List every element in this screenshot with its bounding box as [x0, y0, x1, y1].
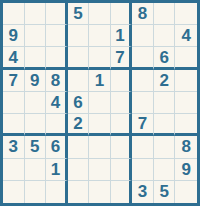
- cell-r5c4[interactable]: 6: [68, 92, 90, 114]
- cell-r9c7[interactable]: 3: [132, 181, 154, 203]
- cell-r2c7[interactable]: [132, 25, 154, 47]
- cell-r1c7[interactable]: 8: [132, 3, 154, 25]
- cell-r7c3[interactable]: 6: [46, 136, 68, 158]
- cell-r8c5[interactable]: [89, 159, 111, 181]
- cell-r8c3[interactable]: 1: [46, 159, 68, 181]
- cell-r5c7[interactable]: [132, 92, 154, 114]
- cell-r8c9[interactable]: 9: [175, 159, 197, 181]
- sudoku-board: 5891447679812462735681935: [0, 0, 200, 206]
- cell-r1c8[interactable]: [154, 3, 176, 25]
- cell-r3c5[interactable]: [89, 47, 111, 69]
- cell-r2c6[interactable]: 1: [111, 25, 133, 47]
- cell-r7c5[interactable]: [89, 136, 111, 158]
- cell-r6c4[interactable]: 2: [68, 114, 90, 136]
- cell-r9c3[interactable]: [46, 181, 68, 203]
- cell-r9c2[interactable]: [25, 181, 47, 203]
- cell-r8c4[interactable]: [68, 159, 90, 181]
- cell-r8c6[interactable]: [111, 159, 133, 181]
- cell-r6c3[interactable]: [46, 114, 68, 136]
- cell-r4c5[interactable]: 1: [89, 70, 111, 92]
- cell-r7c8[interactable]: [154, 136, 176, 158]
- cell-r5c5[interactable]: [89, 92, 111, 114]
- cell-r6c1[interactable]: [3, 114, 25, 136]
- cell-r1c6[interactable]: [111, 3, 133, 25]
- cell-r2c4[interactable]: [68, 25, 90, 47]
- cell-r8c1[interactable]: [3, 159, 25, 181]
- cell-r4c3[interactable]: 8: [46, 70, 68, 92]
- cell-r9c1[interactable]: [3, 181, 25, 203]
- cell-r5c9[interactable]: [175, 92, 197, 114]
- cell-r6c9[interactable]: [175, 114, 197, 136]
- cell-r7c4[interactable]: [68, 136, 90, 158]
- cell-r7c6[interactable]: [111, 136, 133, 158]
- cell-r8c8[interactable]: [154, 159, 176, 181]
- cell-r3c9[interactable]: [175, 47, 197, 69]
- cell-r4c2[interactable]: 9: [25, 70, 47, 92]
- cell-r3c8[interactable]: 6: [154, 47, 176, 69]
- cell-r1c4[interactable]: 5: [68, 3, 90, 25]
- cell-r3c7[interactable]: [132, 47, 154, 69]
- cell-r7c9[interactable]: 8: [175, 136, 197, 158]
- cell-r3c4[interactable]: [68, 47, 90, 69]
- cell-r5c6[interactable]: [111, 92, 133, 114]
- cell-r4c1[interactable]: 7: [3, 70, 25, 92]
- cell-r2c2[interactable]: [25, 25, 47, 47]
- cell-r1c5[interactable]: [89, 3, 111, 25]
- cell-r3c6[interactable]: 7: [111, 47, 133, 69]
- cell-r9c6[interactable]: [111, 181, 133, 203]
- cell-r6c8[interactable]: [154, 114, 176, 136]
- cell-r7c2[interactable]: 5: [25, 136, 47, 158]
- cell-r3c1[interactable]: 4: [3, 47, 25, 69]
- cell-r2c9[interactable]: 4: [175, 25, 197, 47]
- cell-r2c3[interactable]: [46, 25, 68, 47]
- cell-r6c2[interactable]: [25, 114, 47, 136]
- cell-r1c1[interactable]: [3, 3, 25, 25]
- cell-r2c8[interactable]: [154, 25, 176, 47]
- cell-r3c2[interactable]: [25, 47, 47, 69]
- cell-r1c2[interactable]: [25, 3, 47, 25]
- cell-r4c6[interactable]: [111, 70, 133, 92]
- cell-r4c8[interactable]: 2: [154, 70, 176, 92]
- cell-r5c8[interactable]: [154, 92, 176, 114]
- cell-r4c9[interactable]: [175, 70, 197, 92]
- cell-r4c4[interactable]: [68, 70, 90, 92]
- cell-r4c7[interactable]: [132, 70, 154, 92]
- cell-r6c5[interactable]: [89, 114, 111, 136]
- cell-r5c2[interactable]: [25, 92, 47, 114]
- cell-r9c8[interactable]: 5: [154, 181, 176, 203]
- cell-r5c3[interactable]: 4: [46, 92, 68, 114]
- cell-r7c1[interactable]: 3: [3, 136, 25, 158]
- cell-r9c5[interactable]: [89, 181, 111, 203]
- cell-r9c9[interactable]: [175, 181, 197, 203]
- cell-r7c7[interactable]: [132, 136, 154, 158]
- cell-r2c1[interactable]: 9: [3, 25, 25, 47]
- cell-r8c2[interactable]: [25, 159, 47, 181]
- cell-r1c3[interactable]: [46, 3, 68, 25]
- cell-r3c3[interactable]: [46, 47, 68, 69]
- cell-r5c1[interactable]: [3, 92, 25, 114]
- cell-r9c4[interactable]: [68, 181, 90, 203]
- cell-r2c5[interactable]: [89, 25, 111, 47]
- cell-r6c6[interactable]: [111, 114, 133, 136]
- cell-r8c7[interactable]: [132, 159, 154, 181]
- cell-r1c9[interactable]: [175, 3, 197, 25]
- cell-r6c7[interactable]: 7: [132, 114, 154, 136]
